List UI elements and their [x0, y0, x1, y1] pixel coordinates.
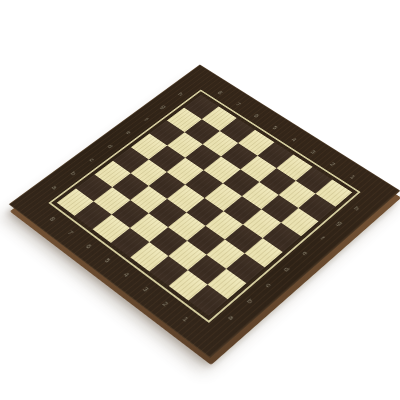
coord-file-e-far-left: e — [125, 129, 132, 134]
coord-rank-4-far-right: 4 — [290, 136, 297, 141]
coord-rank-6-far-right: 6 — [253, 112, 260, 117]
coord-file-h-near-right: h — [353, 205, 361, 211]
coord-file-a-near-right: a — [227, 313, 235, 320]
coord-rank-3-far-right: 3 — [309, 148, 316, 153]
coord-file-c-near-right: c — [265, 281, 273, 287]
coord-file-e-near-right: e — [301, 250, 309, 256]
coord-file-d-far-left: d — [107, 143, 114, 148]
coord-rank-3-near-left: 3 — [142, 285, 150, 291]
coord-rank-1-near-left: 1 — [181, 315, 189, 322]
coord-rank-5-far-right: 5 — [271, 124, 278, 129]
coord-rank-7-near-left: 7 — [67, 229, 75, 235]
coord-file-d-near-right: d — [283, 265, 291, 271]
coord-rank-2-near-left: 2 — [161, 300, 169, 307]
coord-file-b-near-right: b — [246, 297, 254, 304]
coord-rank-6-near-left: 6 — [85, 242, 93, 248]
coord-rank-8-far-right: 8 — [217, 89, 224, 94]
coord-file-f-near-right: f — [319, 235, 325, 240]
coord-rank-2-far-right: 2 — [329, 161, 336, 167]
coord-file-f-far-left: f — [143, 117, 149, 121]
coord-rank-1-far-right: 1 — [349, 173, 356, 179]
coord-rank-4-near-left: 4 — [122, 271, 130, 277]
coord-file-h-far-left: h — [177, 91, 184, 96]
coord-file-c-far-left: c — [88, 156, 95, 161]
coord-file-b-far-left: b — [70, 170, 78, 176]
coord-file-a-far-left: a — [51, 184, 59, 190]
coord-rank-7-far-right: 7 — [235, 101, 242, 106]
chess-board: aa11bb22cc33dd44ee55ff66gg77hh88 — [8, 64, 399, 358]
board-squares — [56, 94, 351, 315]
coord-rank-8-near-left: 8 — [49, 215, 57, 221]
coord-rank-5-near-left: 5 — [103, 256, 111, 262]
coord-file-g-near-right: g — [336, 219, 344, 225]
product-photo: aa11bb22cc33dd44ee55ff66gg77hh88 — [0, 0, 400, 400]
coord-file-g-far-left: g — [160, 103, 167, 108]
